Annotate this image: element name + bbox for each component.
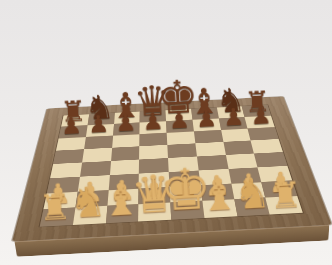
square-a1: ♜ xyxy=(40,208,75,227)
chess-board: ♜♞♝♛♚♝♞♜♟♟♟♟♟♟♟♟♟♟♟♟♟♟♟♟♜♞♝♛♚♝♞♜ xyxy=(12,96,332,241)
square-e2: ♟ xyxy=(170,185,203,203)
square-f1: ♝ xyxy=(202,199,237,218)
square-d5 xyxy=(139,145,168,160)
piece-black-bishop: ♝ xyxy=(188,83,221,119)
square-d6 xyxy=(139,133,167,147)
square-h1: ♜ xyxy=(266,196,303,215)
square-a2: ♟ xyxy=(43,192,77,210)
square-b5 xyxy=(82,148,112,163)
square-h4 xyxy=(254,152,287,167)
board-squares: ♜♞♝♛♚♝♞♜♟♟♟♟♟♟♟♟♟♟♟♟♟♟♟♟♜♞♝♛♚♝♞♜ xyxy=(38,104,304,227)
piece-black-bishop: ♝ xyxy=(109,87,142,123)
square-h5 xyxy=(251,139,283,153)
square-d3 xyxy=(139,172,170,188)
square-e1: ♚ xyxy=(170,201,204,220)
square-d4 xyxy=(139,158,169,173)
square-c4 xyxy=(109,160,139,176)
piece-black-knight: ♞ xyxy=(215,84,246,118)
square-f3 xyxy=(198,169,230,185)
board-front-edge xyxy=(14,225,329,257)
board-frame: ♜♞♝♛♚♝♞♜♟♟♟♟♟♟♟♟♟♟♟♟♟♟♟♟♜♞♝♛♚♝♞♜ xyxy=(12,96,332,241)
square-b4 xyxy=(80,161,111,177)
square-g3 xyxy=(228,167,261,183)
square-c2: ♟ xyxy=(107,188,139,206)
photo-background: ♜♞♝♛♚♝♞♜♟♟♟♟♟♟♟♟♟♟♟♟♟♟♟♟♜♞♝♛♚♝♞♜ xyxy=(0,0,332,265)
square-b3 xyxy=(78,175,110,192)
square-d2: ♟ xyxy=(139,187,171,205)
square-h2: ♟ xyxy=(261,180,297,197)
piece-black-rook: ♜ xyxy=(244,87,271,117)
square-b1: ♞ xyxy=(73,206,107,225)
square-g4 xyxy=(225,153,257,168)
square-d1: ♛ xyxy=(138,203,171,222)
square-c5 xyxy=(111,146,140,161)
square-b2: ♟ xyxy=(75,190,108,208)
square-g5 xyxy=(223,141,254,155)
square-g1: ♞ xyxy=(234,198,270,217)
square-a6 xyxy=(56,137,86,151)
square-e3 xyxy=(169,170,200,186)
square-h3 xyxy=(258,166,292,182)
square-a3 xyxy=(47,177,80,194)
piece-black-rook: ♜ xyxy=(60,97,87,127)
square-g2: ♟ xyxy=(231,182,266,199)
square-c6 xyxy=(112,134,140,148)
square-f5 xyxy=(195,142,225,156)
square-c3 xyxy=(108,173,139,190)
square-h6 xyxy=(248,127,279,141)
square-c1: ♝ xyxy=(105,204,138,223)
square-f7: ♟ xyxy=(192,118,220,131)
square-f2: ♟ xyxy=(200,184,234,201)
piece-black-knight: ♞ xyxy=(84,91,115,125)
